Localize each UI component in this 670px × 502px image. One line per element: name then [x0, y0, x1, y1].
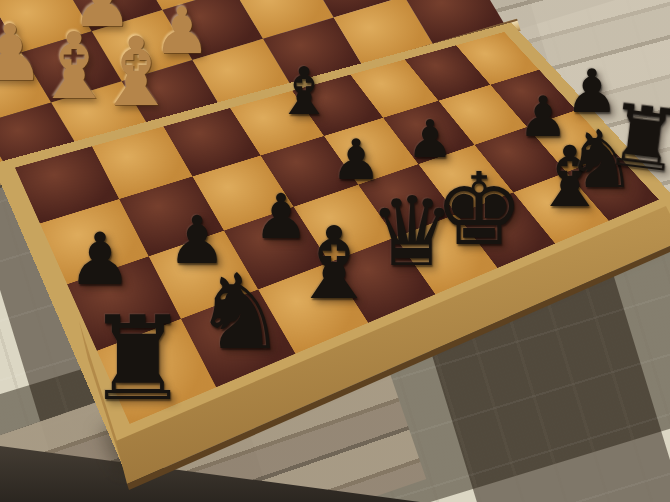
photo-scene: ♟♝♝♟♟ ♜♞♝♛♚♝♞♜♟♟♟♟♟♟♟♝ Overhead photo of…	[0, 0, 670, 502]
